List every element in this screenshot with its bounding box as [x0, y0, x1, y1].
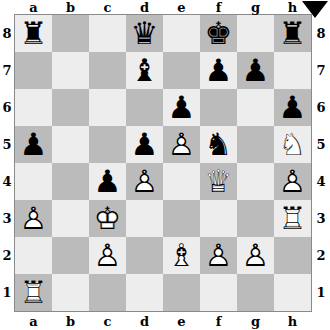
square-h2[interactable] — [274, 237, 311, 274]
piece-black-rook[interactable]: ♜ — [15, 15, 52, 52]
rank-label-right-7: 7 — [314, 52, 328, 89]
square-a6[interactable] — [15, 89, 52, 126]
square-e7[interactable] — [163, 52, 200, 89]
file-label-bottom-d: d — [126, 314, 163, 329]
rank-label-right-8: 8 — [314, 15, 328, 52]
piece-white-knight[interactable]: ♞♘ — [274, 126, 311, 163]
piece-white-rook[interactable]: ♜♖ — [274, 200, 311, 237]
square-a8[interactable]: ♜ — [15, 15, 52, 52]
square-g7[interactable]: ♟ — [237, 52, 274, 89]
square-a4[interactable] — [15, 163, 52, 200]
square-c4[interactable]: ♟ — [89, 163, 126, 200]
rank-label-left-4: 4 — [0, 163, 14, 200]
square-e2[interactable]: ♝♗ — [163, 237, 200, 274]
rank-label-right-4: 4 — [314, 163, 328, 200]
rank-label-left-8: 8 — [0, 15, 14, 52]
piece-white-pawn[interactable]: ♟♙ — [163, 126, 200, 163]
rank-label-left-1: 1 — [0, 274, 14, 311]
square-g2[interactable]: ♟♙ — [237, 237, 274, 274]
file-label-bottom-g: g — [237, 314, 274, 329]
square-e5[interactable]: ♟♙ — [163, 126, 200, 163]
square-a1[interactable]: ♜♖ — [15, 274, 52, 311]
board: ♜♛♚♜♝♟♟♟♟♟♟♟♙♞♞♘♟♟♙♛♕♟♙♟♙♚♔♜♖♟♙♝♗♟♙♟♙♜♖ — [14, 14, 312, 312]
piece-white-pawn[interactable]: ♟♙ — [274, 163, 311, 200]
square-g6[interactable] — [237, 89, 274, 126]
square-d4[interactable]: ♟♙ — [126, 163, 163, 200]
rank-label-right-5: 5 — [314, 126, 328, 163]
square-d5[interactable]: ♟ — [126, 126, 163, 163]
rank-label-left-2: 2 — [0, 237, 14, 274]
square-b6[interactable] — [52, 89, 89, 126]
square-f6[interactable] — [200, 89, 237, 126]
file-label-top-h: h — [274, 0, 311, 15]
square-g4[interactable] — [237, 163, 274, 200]
piece-white-rook[interactable]: ♜♖ — [15, 274, 52, 311]
file-label-top-e: e — [163, 0, 200, 15]
piece-white-pawn[interactable]: ♟♙ — [126, 163, 163, 200]
square-f4[interactable]: ♛♕ — [200, 163, 237, 200]
chess-diagram: ♜♛♚♜♝♟♟♟♟♟♟♟♙♞♞♘♟♟♙♛♕♟♙♟♙♚♔♜♖♟♙♝♗♟♙♟♙♜♖ … — [0, 0, 330, 330]
square-b4[interactable] — [52, 163, 89, 200]
piece-black-pawn[interactable]: ♟ — [89, 163, 126, 200]
piece-black-king[interactable]: ♚ — [200, 15, 237, 52]
piece-black-knight[interactable]: ♞ — [200, 126, 237, 163]
square-g1[interactable] — [237, 274, 274, 311]
piece-black-bishop[interactable]: ♝ — [126, 52, 163, 89]
file-label-top-c: c — [89, 0, 126, 15]
square-d6[interactable] — [126, 89, 163, 126]
file-label-bottom-f: f — [200, 314, 237, 329]
square-f2[interactable]: ♟♙ — [200, 237, 237, 274]
square-a3[interactable]: ♟♙ — [15, 200, 52, 237]
square-g8[interactable] — [237, 15, 274, 52]
square-a5[interactable]: ♟ — [15, 126, 52, 163]
piece-black-pawn[interactable]: ♟ — [15, 126, 52, 163]
square-c1[interactable] — [89, 274, 126, 311]
piece-black-pawn[interactable]: ♟ — [163, 89, 200, 126]
square-c7[interactable] — [89, 52, 126, 89]
square-f5[interactable]: ♞ — [200, 126, 237, 163]
square-h8[interactable]: ♜ — [274, 15, 311, 52]
square-d2[interactable] — [126, 237, 163, 274]
square-d8[interactable]: ♛ — [126, 15, 163, 52]
piece-black-pawn[interactable]: ♟ — [274, 89, 311, 126]
square-h5[interactable]: ♞♘ — [274, 126, 311, 163]
piece-white-queen[interactable]: ♛♕ — [200, 163, 237, 200]
file-label-top-d: d — [126, 0, 163, 15]
square-a2[interactable] — [15, 237, 52, 274]
square-e8[interactable] — [163, 15, 200, 52]
square-e4[interactable] — [163, 163, 200, 200]
square-f8[interactable]: ♚ — [200, 15, 237, 52]
square-f7[interactable]: ♟ — [200, 52, 237, 89]
file-label-top-g: g — [237, 0, 274, 15]
square-a7[interactable] — [15, 52, 52, 89]
square-h7[interactable] — [274, 52, 311, 89]
square-b5[interactable] — [52, 126, 89, 163]
piece-white-bishop[interactable]: ♝♗ — [163, 237, 200, 274]
file-label-top-b: b — [52, 0, 89, 15]
square-b1[interactable] — [52, 274, 89, 311]
square-e3[interactable] — [163, 200, 200, 237]
file-label-top-f: f — [200, 0, 237, 15]
square-c8[interactable] — [89, 15, 126, 52]
piece-black-pawn[interactable]: ♟ — [126, 126, 163, 163]
square-f3[interactable] — [200, 200, 237, 237]
square-d1[interactable] — [126, 274, 163, 311]
square-c2[interactable]: ♟♙ — [89, 237, 126, 274]
square-b3[interactable] — [52, 200, 89, 237]
square-c3[interactable]: ♚♔ — [89, 200, 126, 237]
square-h1[interactable] — [274, 274, 311, 311]
square-h4[interactable]: ♟♙ — [274, 163, 311, 200]
square-e6[interactable]: ♟ — [163, 89, 200, 126]
square-h3[interactable]: ♜♖ — [274, 200, 311, 237]
piece-white-pawn[interactable]: ♟♙ — [15, 200, 52, 237]
piece-white-king[interactable]: ♚♔ — [89, 200, 126, 237]
square-b7[interactable] — [52, 52, 89, 89]
piece-black-pawn[interactable]: ♟ — [237, 52, 274, 89]
rank-label-left-6: 6 — [0, 89, 14, 126]
square-c5[interactable] — [89, 126, 126, 163]
piece-white-pawn[interactable]: ♟♙ — [89, 237, 126, 274]
square-e1[interactable] — [163, 274, 200, 311]
square-d3[interactable] — [126, 200, 163, 237]
file-label-bottom-c: c — [89, 314, 126, 329]
piece-black-pawn[interactable]: ♟ — [200, 52, 237, 89]
piece-black-queen[interactable]: ♛ — [126, 15, 163, 52]
square-b2[interactable] — [52, 237, 89, 274]
rank-label-right-1: 1 — [314, 274, 328, 311]
file-label-bottom-e: e — [163, 314, 200, 329]
square-b8[interactable] — [52, 15, 89, 52]
square-d7[interactable]: ♝ — [126, 52, 163, 89]
piece-white-pawn[interactable]: ♟♙ — [237, 237, 274, 274]
square-h6[interactable]: ♟ — [274, 89, 311, 126]
file-label-bottom-b: b — [52, 314, 89, 329]
piece-white-pawn[interactable]: ♟♙ — [200, 237, 237, 274]
rank-label-left-5: 5 — [0, 126, 14, 163]
rank-label-left-3: 3 — [0, 200, 14, 237]
square-g3[interactable] — [237, 200, 274, 237]
square-c6[interactable] — [89, 89, 126, 126]
file-label-bottom-h: h — [274, 314, 311, 329]
piece-black-rook[interactable]: ♜ — [274, 15, 311, 52]
rank-label-right-3: 3 — [314, 200, 328, 237]
square-g5[interactable] — [237, 126, 274, 163]
rank-label-left-7: 7 — [0, 52, 14, 89]
square-f1[interactable] — [200, 274, 237, 311]
rank-label-right-2: 2 — [314, 237, 328, 274]
file-label-top-a: a — [15, 0, 52, 15]
file-label-bottom-a: a — [15, 314, 52, 329]
rank-label-right-6: 6 — [314, 89, 328, 126]
